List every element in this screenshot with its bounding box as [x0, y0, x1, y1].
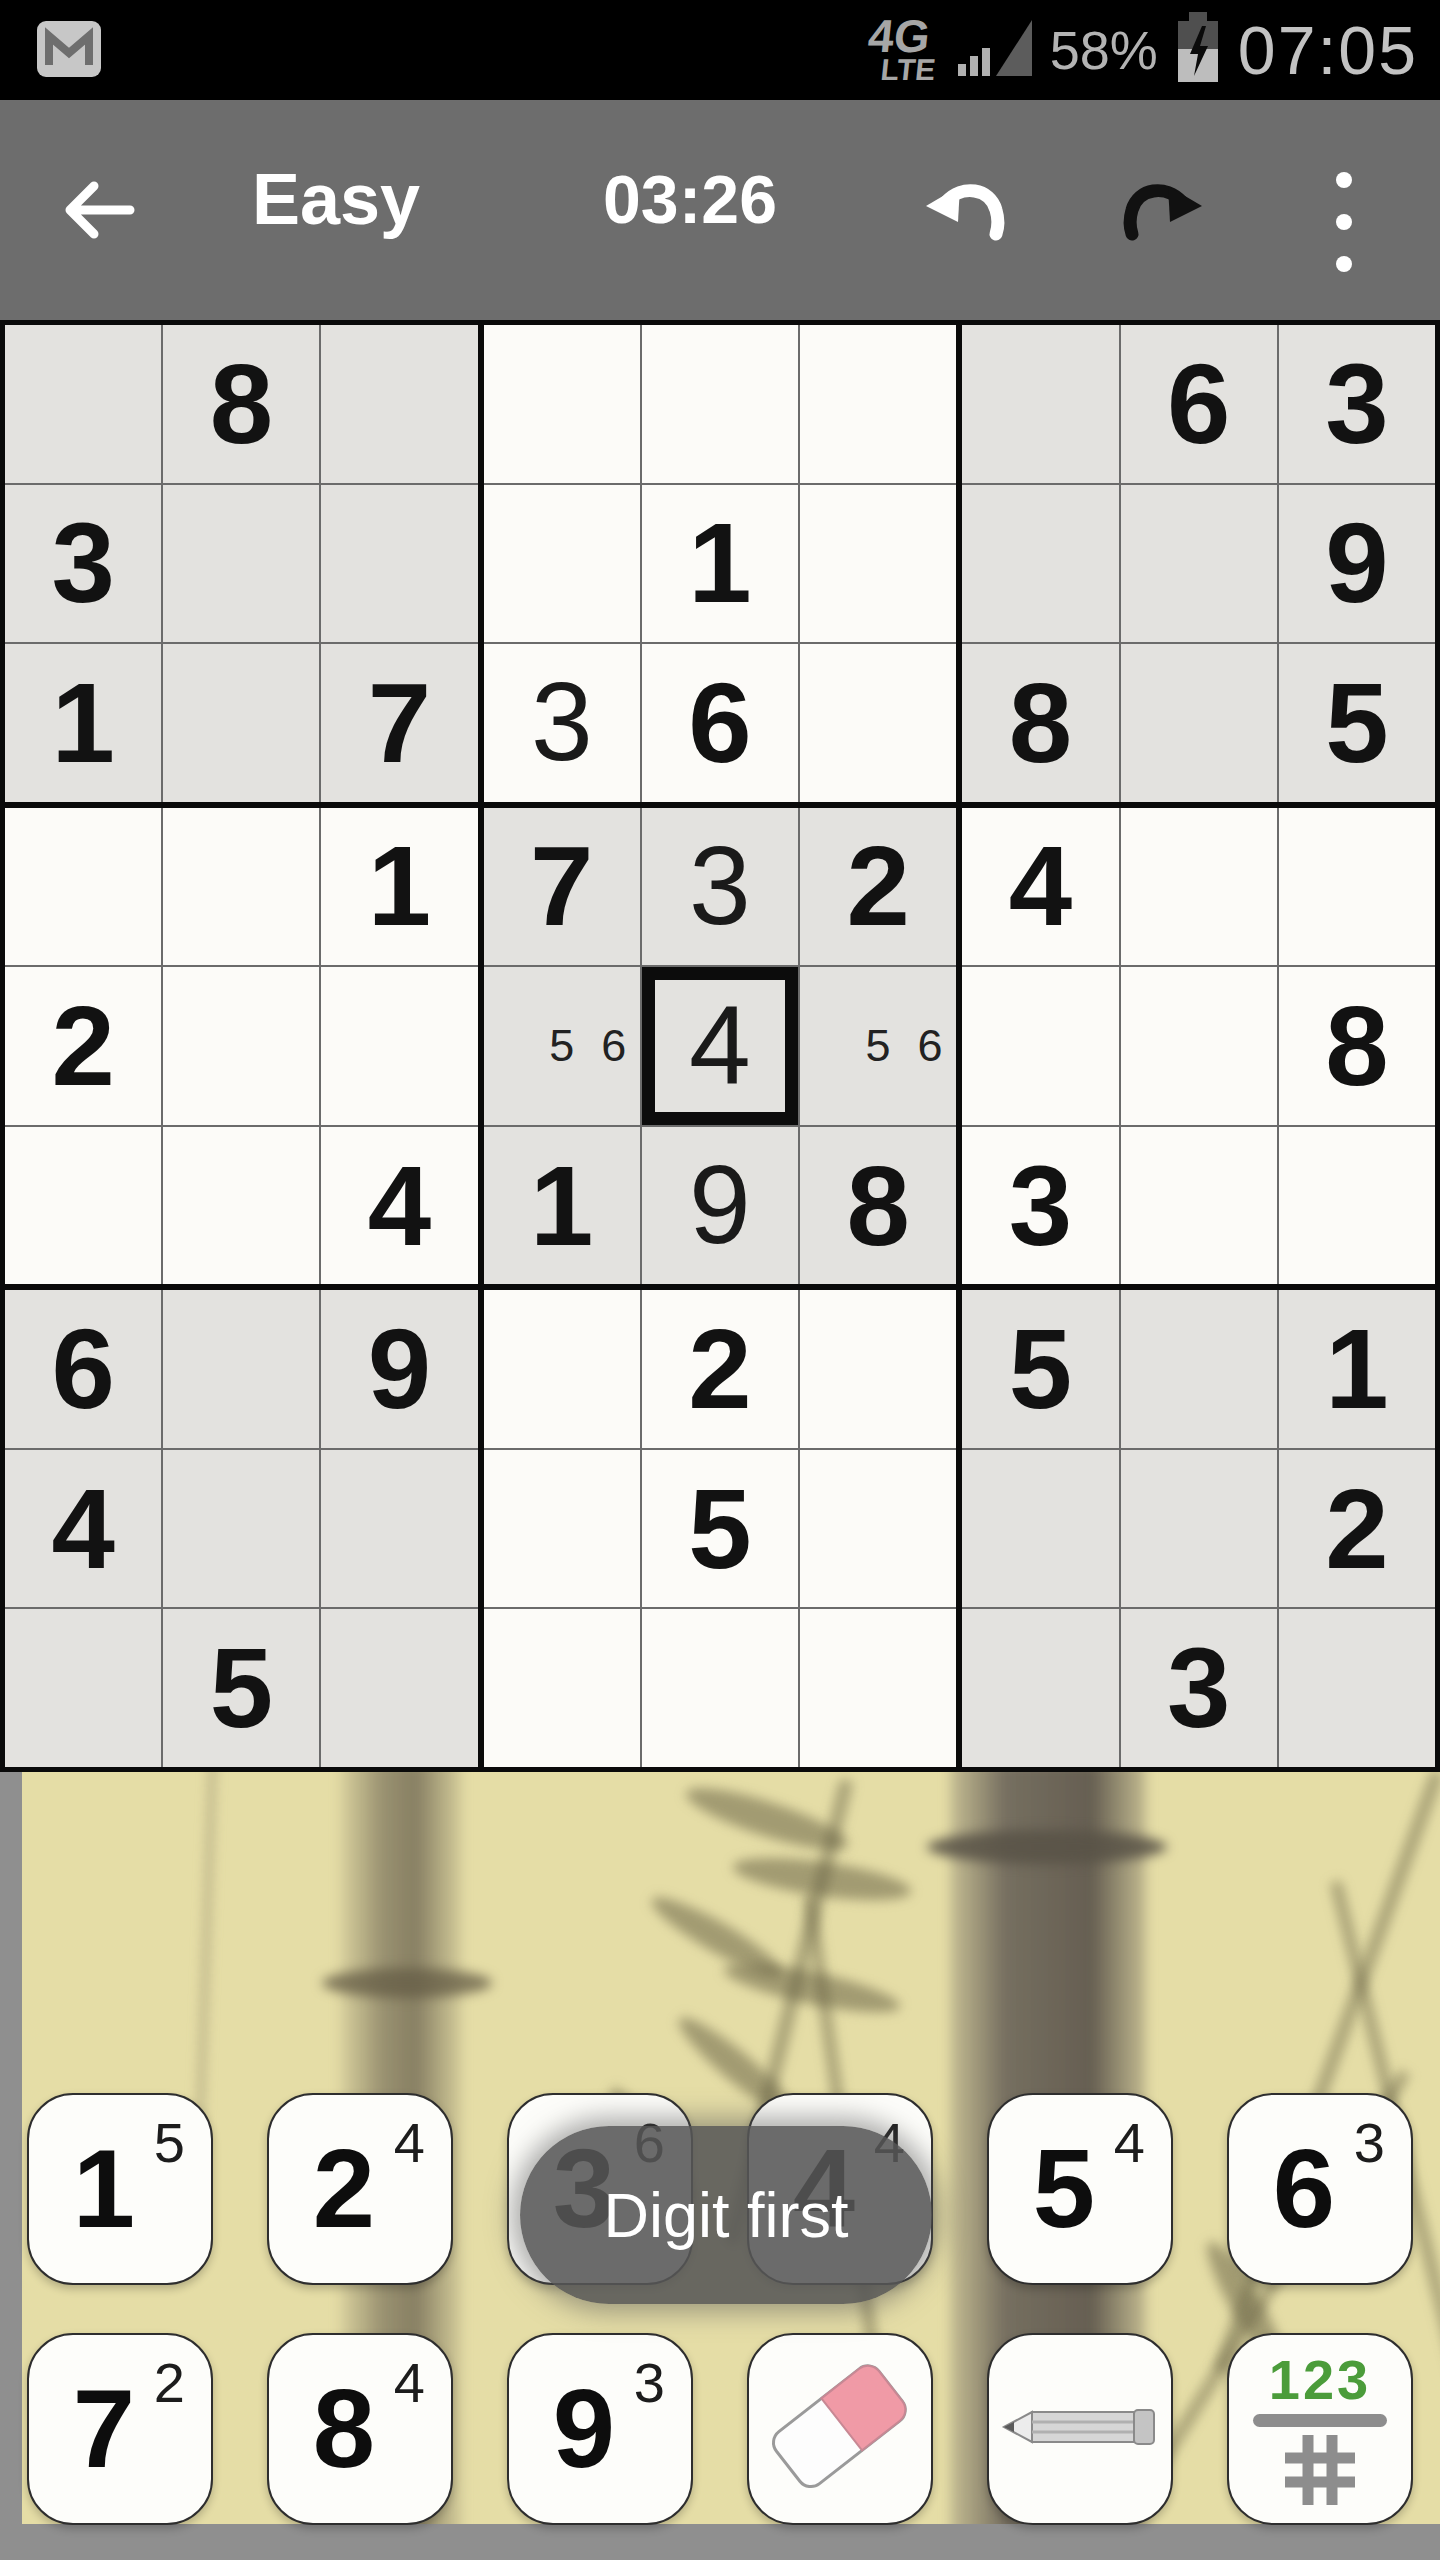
game-timer: 03:26: [603, 160, 777, 238]
cell-r8c7[interactable]: [962, 1450, 1118, 1608]
cell-r6c3[interactable]: 4: [321, 1127, 477, 1285]
given-digit: 8: [1009, 666, 1072, 780]
given-digit: 4: [368, 1149, 431, 1263]
given-digit: 4: [51, 1472, 114, 1586]
cell-r9c2[interactable]: 5: [163, 1609, 319, 1767]
given-digit: 3: [51, 506, 114, 620]
input-mode-icon: 123: [1253, 2352, 1387, 2507]
cell-r1c4[interactable]: [484, 325, 640, 483]
cell-r3c7[interactable]: 8: [962, 644, 1118, 802]
signal-icon: [956, 18, 1032, 82]
cell-r2c5[interactable]: 1: [642, 485, 798, 643]
cell-r9c3[interactable]: [321, 1609, 477, 1767]
given-digit: 8: [210, 347, 273, 461]
keypad-digit-count: 3: [1354, 2115, 1385, 2171]
eraser-icon: [765, 2357, 915, 2501]
cell-r7c7[interactable]: 5: [962, 1290, 1118, 1448]
cell-r7c8[interactable]: [1121, 1290, 1277, 1448]
cell-r1c5[interactable]: [642, 325, 798, 483]
block-6: 6945: [5, 1290, 478, 1767]
given-digit: 6: [1167, 347, 1230, 461]
keypad-digit-8[interactable]: 84: [267, 2333, 453, 2525]
block-3: 124: [5, 808, 478, 1285]
toast: Digit first: [520, 2126, 932, 2304]
given-digit: 9: [368, 1312, 431, 1426]
cell-r9c1[interactable]: [5, 1609, 161, 1767]
cell-r2c1[interactable]: 3: [5, 485, 161, 643]
block-2: 63985: [962, 325, 1435, 802]
given-digit: 2: [1325, 1472, 1388, 1586]
keypad-digit-label: 1: [73, 2133, 135, 2245]
given-digit: 5: [210, 1631, 273, 1745]
cell-r9c5[interactable]: [642, 1609, 798, 1767]
keypad-digit-label: 2: [313, 2133, 375, 2245]
keypad-digit-count: 3: [634, 2355, 665, 2411]
battery-percent: 58%: [1050, 19, 1158, 81]
input-mode-button[interactable]: 123: [1227, 2333, 1413, 2525]
cell-r5c6[interactable]: 56: [800, 967, 956, 1125]
pencil-icon: [1000, 2405, 1160, 2453]
cell-r4c4[interactable]: 7: [484, 808, 640, 966]
given-digit: 4: [1009, 829, 1072, 943]
cell-r8c3[interactable]: [321, 1450, 477, 1608]
given-digit: 5: [688, 1472, 751, 1586]
block-5: 483: [962, 808, 1435, 1285]
cell-r8c4[interactable]: [484, 1450, 640, 1608]
cell-r6c5[interactable]: 9: [642, 1127, 798, 1285]
given-digit: 1: [688, 506, 751, 620]
pencil-button[interactable]: [987, 2333, 1173, 2525]
cell-r1c6[interactable]: [800, 325, 956, 483]
cell-r4c1[interactable]: [5, 808, 161, 966]
cell-r3c8[interactable]: [1121, 644, 1277, 802]
cell-r5c7[interactable]: [962, 967, 1118, 1125]
cell-r1c8[interactable]: 6: [1121, 325, 1277, 483]
cell-r7c2[interactable]: [163, 1290, 319, 1448]
given-digit: 2: [847, 829, 910, 943]
cell-r7c9[interactable]: 1: [1279, 1290, 1435, 1448]
cell-r2c2[interactable]: [163, 485, 319, 643]
cell-r2c8[interactable]: [1121, 485, 1277, 643]
pencil-mark-6: 6: [904, 1020, 956, 1072]
cell-r5c5[interactable]: 4: [642, 967, 798, 1125]
given-digit: 1: [530, 1149, 593, 1263]
cell-r5c3[interactable]: [321, 967, 477, 1125]
user-digit: 3: [531, 667, 593, 778]
sudoku-app-screen: 4G LTE 58% 07:05: [0, 0, 1440, 2560]
overflow-menu-button[interactable]: [1336, 172, 1352, 272]
given-digit: 7: [530, 829, 593, 943]
cell-r2c9[interactable]: 9: [1279, 485, 1435, 643]
cell-r3c5[interactable]: 6: [642, 644, 798, 802]
keypad-row-2: 728493123: [0, 2333, 1440, 2525]
block-0: 8317: [5, 325, 478, 802]
cell-r7c3[interactable]: 9: [321, 1290, 477, 1448]
battery-charging-icon: [1176, 12, 1220, 88]
network-type-indicator: 4G LTE: [864, 17, 941, 83]
cell-r4c2[interactable]: [163, 808, 319, 966]
cell-r6c1[interactable]: [5, 1127, 161, 1285]
toolbar: Easy 03:26: [0, 100, 1440, 320]
pencil-mark-6: 6: [588, 1020, 640, 1072]
given-digit: 3: [1009, 1149, 1072, 1263]
keypad-digit-2[interactable]: 24: [267, 2093, 453, 2285]
cell-r3c9[interactable]: 5: [1279, 644, 1435, 802]
given-digit: 1: [368, 829, 431, 943]
difficulty-title: Easy: [252, 158, 420, 240]
pencil-mark-5: 5: [852, 1020, 904, 1072]
keypad-digit-6[interactable]: 63: [1227, 2093, 1413, 2285]
cell-r9c7[interactable]: [962, 1609, 1118, 1767]
cell-r9c6[interactable]: [800, 1609, 956, 1767]
given-digit: 1: [1325, 1312, 1388, 1426]
given-digit: 3: [1325, 347, 1388, 461]
given-digit: 6: [51, 1312, 114, 1426]
cell-r8c5[interactable]: 5: [642, 1450, 798, 1608]
pencil-mark-5: 5: [536, 1020, 588, 1072]
cell-r6c6[interactable]: 8: [800, 1127, 956, 1285]
cell-r5c2[interactable]: [163, 967, 319, 1125]
given-digit: 6: [688, 666, 751, 780]
status-time: 07:05: [1238, 11, 1418, 89]
cell-r7c1[interactable]: 6: [5, 1290, 161, 1448]
cell-r3c4[interactable]: 3: [484, 644, 640, 802]
cell-r3c1[interactable]: 1: [5, 644, 161, 802]
keypad-digit-count: 5: [154, 2115, 185, 2171]
cell-r9c8[interactable]: 3: [1121, 1609, 1277, 1767]
given-digit: 8: [847, 1149, 910, 1263]
given-digit: 2: [688, 1312, 751, 1426]
cell-r9c4[interactable]: [484, 1609, 640, 1767]
keypad-digit-7[interactable]: 72: [27, 2333, 213, 2525]
eraser-button[interactable]: [747, 2333, 933, 2525]
cell-r1c3[interactable]: [321, 325, 477, 483]
keypad-digit-5[interactable]: 54: [987, 2093, 1173, 2285]
cell-r4c6[interactable]: 2: [800, 808, 956, 966]
cell-r8c1[interactable]: 4: [5, 1450, 161, 1608]
undo-button[interactable]: [918, 176, 1010, 252]
cell-r9c9[interactable]: [1279, 1609, 1435, 1767]
cell-r6c2[interactable]: [163, 1127, 319, 1285]
gmail-notification-icon: [36, 20, 102, 82]
cell-r3c6[interactable]: [800, 644, 956, 802]
given-digit: 8: [1325, 989, 1388, 1103]
given-digit: 2: [51, 989, 114, 1103]
keypad-digit-count: 4: [394, 2115, 425, 2171]
cell-r1c2[interactable]: 8: [163, 325, 319, 483]
sudoku-board: 831713663985124732564561984836945255123: [0, 320, 1440, 1772]
cell-r4c9[interactable]: [1279, 808, 1435, 966]
toast-text: Digit first: [603, 2179, 848, 2251]
cell-r4c5[interactable]: 3: [642, 808, 798, 966]
block-8: 5123: [962, 1290, 1435, 1767]
keypad-digit-9[interactable]: 93: [507, 2333, 693, 2525]
cell-r6c7[interactable]: 3: [962, 1127, 1118, 1285]
cell-r4c3[interactable]: 1: [321, 808, 477, 966]
keypad-digit-label: 7: [73, 2373, 135, 2485]
cell-r1c1[interactable]: [5, 325, 161, 483]
user-digit: 3: [689, 831, 751, 942]
cell-r8c9[interactable]: 2: [1279, 1450, 1435, 1608]
status-bar: 4G LTE 58% 07:05: [0, 0, 1440, 100]
given-digit: 3: [1167, 1631, 1230, 1745]
given-digit: 7: [368, 666, 431, 780]
cell-r2c3[interactable]: [321, 485, 477, 643]
cell-r5c9[interactable]: 8: [1279, 967, 1435, 1125]
keypad-digit-count: 4: [1114, 2115, 1145, 2171]
given-digit: 1: [51, 666, 114, 780]
keypad-digit-label: 8: [313, 2373, 375, 2485]
cell-r3c2[interactable]: [163, 644, 319, 802]
cell-r7c6[interactable]: [800, 1290, 956, 1448]
cell-r5c8[interactable]: [1121, 967, 1277, 1125]
keypad-digit-label: 6: [1273, 2133, 1335, 2245]
cell-r6c9[interactable]: [1279, 1127, 1435, 1285]
redo-button[interactable]: [1118, 176, 1210, 252]
cell-r8c6[interactable]: [800, 1450, 956, 1608]
given-digit: 5: [1325, 666, 1388, 780]
keypad-digit-1[interactable]: 15: [27, 2093, 213, 2285]
block-4: 73256456198: [484, 808, 957, 1285]
cell-r8c8[interactable]: [1121, 1450, 1277, 1608]
given-digit: 9: [1325, 506, 1388, 620]
cell-r7c4[interactable]: [484, 1290, 640, 1448]
given-digit: 5: [1009, 1312, 1072, 1426]
cell-r8c2[interactable]: [163, 1450, 319, 1608]
keypad-digit-label: 9: [553, 2373, 615, 2485]
block-1: 136: [484, 325, 957, 802]
user-digit: 4: [689, 990, 751, 1101]
user-digit: 9: [689, 1150, 751, 1261]
cell-r7c5[interactable]: 2: [642, 1290, 798, 1448]
cell-r1c7[interactable]: [962, 325, 1118, 483]
cell-r6c4[interactable]: 1: [484, 1127, 640, 1285]
cell-r2c4[interactable]: [484, 485, 640, 643]
keypad-digit-label: 5: [1033, 2133, 1095, 2245]
cell-r2c7[interactable]: [962, 485, 1118, 643]
block-7: 25: [484, 1290, 957, 1767]
cell-r2c6[interactable]: [800, 485, 956, 643]
cell-r3c3[interactable]: 7: [321, 644, 477, 802]
back-button[interactable]: [56, 170, 142, 254]
keypad-digit-count: 4: [394, 2355, 425, 2411]
keypad-digit-count: 2: [154, 2355, 185, 2411]
cell-r6c8[interactable]: [1121, 1127, 1277, 1285]
cell-r4c8[interactable]: [1121, 808, 1277, 966]
cell-r5c4[interactable]: 56: [484, 967, 640, 1125]
cell-r1c9[interactable]: 3: [1279, 325, 1435, 483]
cell-r5c1[interactable]: 2: [5, 967, 161, 1125]
cell-r4c7[interactable]: 4: [962, 808, 1118, 966]
